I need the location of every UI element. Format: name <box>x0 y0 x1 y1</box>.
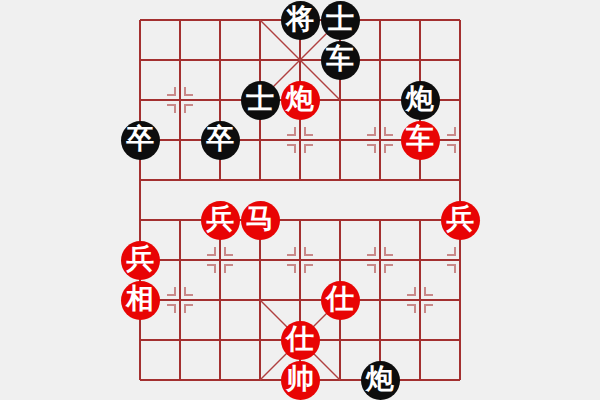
red-horse-glyph: 马 <box>246 205 274 233</box>
black-advisor[interactable]: 士 <box>241 81 280 120</box>
red-advisor[interactable]: 仕 <box>321 281 360 320</box>
black-cannon[interactable]: 炮 <box>361 361 400 400</box>
red-advisor-glyph: 仕 <box>286 325 314 353</box>
red-general-glyph: 帅 <box>286 365 314 393</box>
black-advisor-glyph: 士 <box>326 5 354 33</box>
red-chariot[interactable]: 车 <box>401 121 440 160</box>
red-general[interactable]: 帅 <box>281 361 320 400</box>
black-general[interactable]: 将 <box>281 1 320 40</box>
black-chariot[interactable]: 车 <box>321 41 360 80</box>
red-chariot-glyph: 车 <box>406 125 434 153</box>
red-horse[interactable]: 马 <box>241 201 280 240</box>
black-soldier-glyph: 卒 <box>126 125 154 153</box>
black-soldier-glyph: 卒 <box>206 125 234 153</box>
xiangqi-app-screen: 将士车士炮炮卒卒车兵马兵兵相仕仕帅炮 <box>0 0 600 400</box>
red-cannon-glyph: 炮 <box>286 85 314 113</box>
black-general-glyph: 将 <box>286 5 314 33</box>
red-soldier[interactable]: 兵 <box>441 201 480 240</box>
red-cannon[interactable]: 炮 <box>281 81 320 120</box>
red-soldier-glyph: 兵 <box>206 205 234 233</box>
black-advisor-glyph: 士 <box>246 85 274 113</box>
black-cannon[interactable]: 炮 <box>401 81 440 120</box>
red-soldier-glyph: 兵 <box>126 245 154 273</box>
black-advisor[interactable]: 士 <box>321 1 360 40</box>
red-soldier-glyph: 兵 <box>446 205 474 233</box>
red-advisor[interactable]: 仕 <box>281 321 320 360</box>
red-soldier[interactable]: 兵 <box>201 201 240 240</box>
xiangqi-board: 将士车士炮炮卒卒车兵马兵兵相仕仕帅炮 <box>120 0 480 400</box>
black-cannon-glyph: 炮 <box>406 85 434 113</box>
black-soldier[interactable]: 卒 <box>121 121 160 160</box>
black-soldier[interactable]: 卒 <box>201 121 240 160</box>
red-advisor-glyph: 仕 <box>326 285 354 313</box>
black-chariot-glyph: 车 <box>326 45 354 73</box>
red-soldier[interactable]: 兵 <box>121 241 160 280</box>
black-cannon-glyph: 炮 <box>366 365 394 393</box>
red-elephant-glyph: 相 <box>126 285 154 313</box>
red-elephant[interactable]: 相 <box>121 281 160 320</box>
